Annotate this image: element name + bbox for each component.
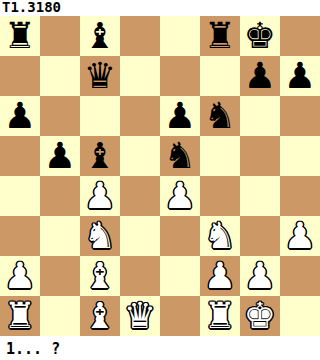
white-king-piece: ♚: [244, 296, 276, 336]
square-a4[interactable]: [0, 176, 40, 216]
square-b4[interactable]: [40, 176, 80, 216]
square-c3[interactable]: ♞: [80, 216, 120, 256]
white-rook-piece: ♜: [204, 296, 236, 336]
square-g6[interactable]: [240, 96, 280, 136]
square-a2[interactable]: ♟: [0, 256, 40, 296]
square-f8[interactable]: ♜: [200, 16, 240, 56]
square-e1[interactable]: [160, 296, 200, 336]
square-f2[interactable]: ♟: [200, 256, 240, 296]
square-h3[interactable]: ♟: [280, 216, 320, 256]
square-e2[interactable]: [160, 256, 200, 296]
square-e7[interactable]: [160, 56, 200, 96]
white-knight-piece: ♞: [204, 216, 236, 256]
square-g8[interactable]: ♚: [240, 16, 280, 56]
square-f6[interactable]: ♞: [200, 96, 240, 136]
square-h4[interactable]: [280, 176, 320, 216]
square-h2[interactable]: [280, 256, 320, 296]
square-c5[interactable]: ♝: [80, 136, 120, 176]
move-prompt: 1... ?: [0, 336, 320, 360]
square-e4[interactable]: ♟: [160, 176, 200, 216]
square-f5[interactable]: [200, 136, 240, 176]
puzzle-id-title: T1.3180: [0, 0, 320, 16]
square-f3[interactable]: ♞: [200, 216, 240, 256]
black-pawn-piece: ♟: [244, 56, 276, 96]
black-rook-piece: ♜: [204, 16, 236, 56]
black-bishop-piece: ♝: [84, 136, 116, 176]
white-knight-piece: ♞: [84, 216, 116, 256]
square-d8[interactable]: [120, 16, 160, 56]
square-b7[interactable]: [40, 56, 80, 96]
black-pawn-piece: ♟: [4, 96, 36, 136]
square-a3[interactable]: [0, 216, 40, 256]
square-a1[interactable]: ♜: [0, 296, 40, 336]
black-bishop-piece: ♝: [84, 16, 116, 56]
white-queen-piece: ♛: [124, 296, 156, 336]
chess-puzzle-window: T1.3180 ♜♝♜♚♛♟♟♟♟♞♟♝♞♟♟♞♞♟♟♝♟♟♜♝♛♜♚ 1...…: [0, 0, 320, 360]
square-e8[interactable]: [160, 16, 200, 56]
square-f4[interactable]: [200, 176, 240, 216]
black-pawn-piece: ♟: [164, 96, 196, 136]
square-g5[interactable]: [240, 136, 280, 176]
black-knight-piece: ♞: [164, 136, 196, 176]
white-pawn-piece: ♟: [4, 256, 36, 296]
square-g7[interactable]: ♟: [240, 56, 280, 96]
square-a5[interactable]: [0, 136, 40, 176]
square-d7[interactable]: [120, 56, 160, 96]
square-b3[interactable]: [40, 216, 80, 256]
black-king-piece: ♚: [244, 16, 276, 56]
black-knight-piece: ♞: [204, 96, 236, 136]
black-pawn-piece: ♟: [284, 56, 316, 96]
white-pawn-piece: ♟: [244, 256, 276, 296]
square-h1[interactable]: [280, 296, 320, 336]
square-d6[interactable]: [120, 96, 160, 136]
square-g3[interactable]: [240, 216, 280, 256]
square-d4[interactable]: [120, 176, 160, 216]
square-b8[interactable]: [40, 16, 80, 56]
white-pawn-piece: ♟: [284, 216, 316, 256]
square-g2[interactable]: ♟: [240, 256, 280, 296]
white-pawn-piece: ♟: [164, 176, 196, 216]
square-b5[interactable]: ♟: [40, 136, 80, 176]
square-c1[interactable]: ♝: [80, 296, 120, 336]
square-c2[interactable]: ♝: [80, 256, 120, 296]
square-c7[interactable]: ♛: [80, 56, 120, 96]
black-queen-piece: ♛: [84, 56, 116, 96]
square-h8[interactable]: [280, 16, 320, 56]
square-g4[interactable]: [240, 176, 280, 216]
white-rook-piece: ♜: [4, 296, 36, 336]
square-b2[interactable]: [40, 256, 80, 296]
square-f7[interactable]: [200, 56, 240, 96]
square-h5[interactable]: [280, 136, 320, 176]
square-c8[interactable]: ♝: [80, 16, 120, 56]
square-g1[interactable]: ♚: [240, 296, 280, 336]
white-pawn-piece: ♟: [204, 256, 236, 296]
square-a8[interactable]: ♜: [0, 16, 40, 56]
square-c6[interactable]: [80, 96, 120, 136]
square-b6[interactable]: [40, 96, 80, 136]
square-d2[interactable]: [120, 256, 160, 296]
black-rook-piece: ♜: [4, 16, 36, 56]
square-d3[interactable]: [120, 216, 160, 256]
square-f1[interactable]: ♜: [200, 296, 240, 336]
chess-board: ♜♝♜♚♛♟♟♟♟♞♟♝♞♟♟♞♞♟♟♝♟♟♜♝♛♜♚: [0, 16, 320, 336]
white-pawn-piece: ♟: [84, 176, 116, 216]
square-c4[interactable]: ♟: [80, 176, 120, 216]
black-pawn-piece: ♟: [44, 136, 76, 176]
square-h6[interactable]: [280, 96, 320, 136]
square-e6[interactable]: ♟: [160, 96, 200, 136]
square-e5[interactable]: ♞: [160, 136, 200, 176]
square-b1[interactable]: [40, 296, 80, 336]
square-a7[interactable]: [0, 56, 40, 96]
square-e3[interactable]: [160, 216, 200, 256]
square-h7[interactable]: ♟: [280, 56, 320, 96]
square-d5[interactable]: [120, 136, 160, 176]
square-a6[interactable]: ♟: [0, 96, 40, 136]
white-bishop-piece: ♝: [84, 256, 116, 296]
white-bishop-piece: ♝: [84, 296, 116, 336]
square-d1[interactable]: ♛: [120, 296, 160, 336]
